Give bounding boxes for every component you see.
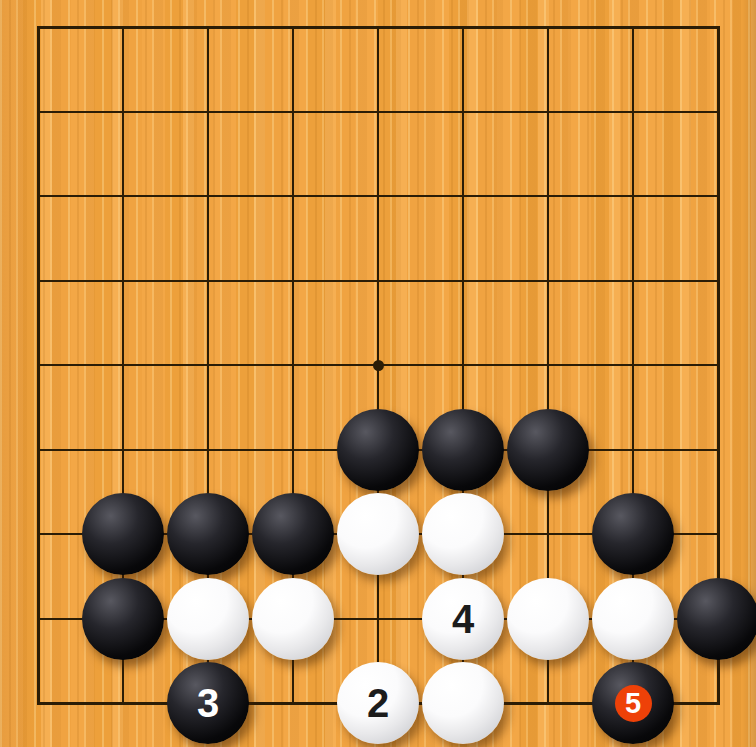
black-stone [422,409,504,491]
black-stone [252,493,334,575]
white-stone [422,662,504,744]
black-stone [507,409,589,491]
move-number-label: 2 [367,683,389,723]
move-number-label: 4 [452,599,474,639]
go-board: 4325 [0,0,756,747]
last-move-badge: 5 [615,685,652,722]
black-stone [677,578,756,660]
black-stone: 5 [592,662,674,744]
black-stone [167,493,249,575]
black-stone [592,493,674,575]
white-stone [422,493,504,575]
white-stone [252,578,334,660]
white-stone [167,578,249,660]
white-stone: 2 [337,662,419,744]
black-stone [82,493,164,575]
white-stone [592,578,674,660]
black-stone [82,578,164,660]
white-stone [337,493,419,575]
move-number-label: 3 [197,683,219,723]
white-stone: 4 [422,578,504,660]
black-stone: 3 [167,662,249,744]
stone-grid[interactable]: 4325 [0,0,756,745]
white-stone [507,578,589,660]
black-stone [337,409,419,491]
